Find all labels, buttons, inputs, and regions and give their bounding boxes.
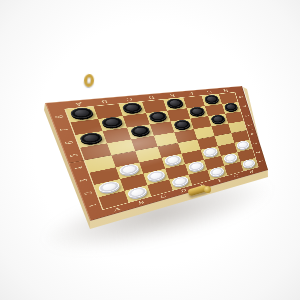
file-label-far-h: H	[221, 88, 230, 93]
rank-label-right-6: 6	[242, 113, 250, 118]
rank-label-left-2: 2	[81, 189, 96, 198]
rank-label-left-6: 6	[61, 139, 76, 147]
rank-label-left-1: 1	[86, 201, 101, 210]
rank-label-right-7: 7	[240, 104, 248, 109]
rank-label-right-2: 2	[254, 149, 262, 155]
rank-label-right-1: 1	[257, 158, 265, 164]
rank-label-left-5: 5	[66, 151, 81, 159]
rank-label-left-7: 7	[57, 126, 73, 134]
file-label-far-b: B	[98, 98, 112, 105]
product-photo-stage: AABBCCDDEEFFGGHH1122334455667788	[0, 0, 300, 300]
hinge-ring-icon	[83, 74, 94, 88]
file-label-near-h: H	[247, 169, 255, 175]
rank-label-left-8: 8	[51, 113, 67, 120]
rank-label-right-5: 5	[245, 122, 253, 127]
file-label-far-g: G	[205, 89, 214, 94]
rank-label-right-8: 8	[237, 94, 245, 99]
file-label-far-f: F	[186, 91, 196, 97]
file-label-far-a: A	[71, 101, 86, 108]
file-label-far-e: E	[167, 92, 178, 98]
rank-label-right-3: 3	[251, 140, 259, 146]
file-label-far-c: C	[123, 96, 136, 102]
rank-label-left-3: 3	[76, 176, 91, 185]
rank-label-right-4: 4	[248, 131, 256, 137]
file-label-far-d: D	[146, 94, 158, 100]
latch-knob-icon	[204, 186, 211, 193]
rank-label-left-4: 4	[71, 164, 86, 172]
